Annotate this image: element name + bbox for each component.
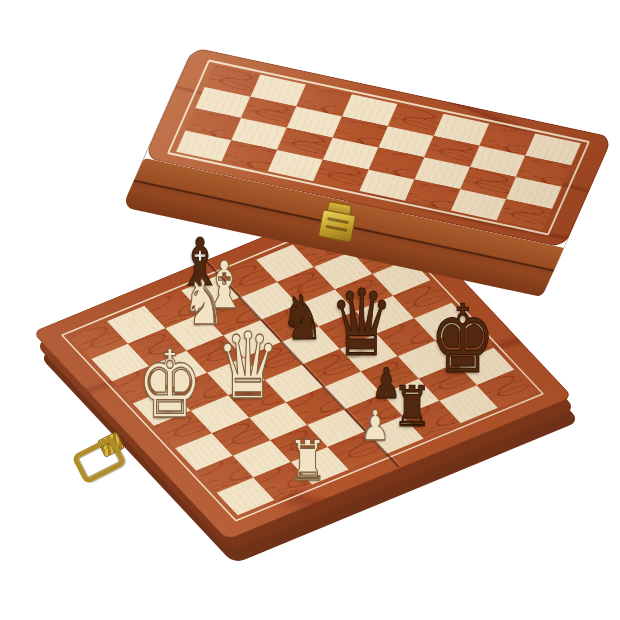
closed-chess-case bbox=[0, 0, 620, 620]
product-photo-chess-set: ♝♝♞♞♚♛♛♟♚♜♟♜ bbox=[0, 0, 620, 620]
